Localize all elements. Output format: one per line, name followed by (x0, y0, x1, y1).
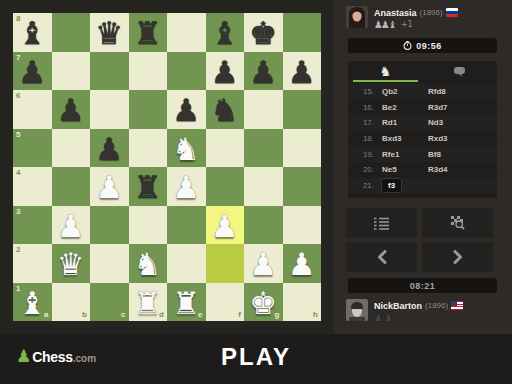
rank-label: 8 (16, 15, 20, 23)
white-move[interactable]: Ne5 (382, 165, 397, 174)
square-e3[interactable] (167, 206, 206, 245)
piece-white-pawn: ♟ (244, 244, 283, 283)
clock-bottom: 08:21 (348, 278, 497, 293)
move-number: 18. (348, 134, 374, 143)
rank-label: 6 (16, 92, 20, 100)
square-a5[interactable]: 5 (13, 129, 52, 168)
square-a1[interactable]: 1a♝ (13, 283, 52, 322)
rank-label: 1 (16, 285, 20, 293)
square-f6[interactable]: ♞ (206, 90, 245, 129)
square-c2[interactable] (90, 244, 129, 283)
white-move[interactable]: f3 (382, 179, 401, 192)
play-title: PLAY (0, 343, 512, 371)
piece-black-pawn: ♟ (52, 90, 91, 129)
square-c4[interactable]: ♟ (90, 167, 129, 206)
piece-white-queen: ♛ (52, 244, 91, 283)
square-e6[interactable]: ♟ (167, 90, 206, 129)
piece-white-pawn: ♟ (90, 167, 129, 206)
black-move[interactable]: Rxd3 (428, 134, 448, 143)
black-move[interactable]: R3d7 (428, 103, 448, 112)
square-a8[interactable]: 8♝ (13, 13, 52, 52)
piece-white-pawn: ♟ (206, 206, 245, 245)
square-b4[interactable] (52, 167, 91, 206)
piece-black-king: ♚ (244, 13, 283, 52)
square-f1[interactable]: f (206, 283, 245, 322)
piece-black-pawn: ♟ (90, 129, 129, 168)
move-list-panel: ♞ 15.Qb2Rfd816.Be2R3d717.Rd1Nd318.Bxd3Rx… (348, 61, 497, 198)
woman-avatar-image (346, 6, 368, 28)
square-c5[interactable]: ♟ (90, 129, 129, 168)
chat-bubble-icon (453, 66, 466, 77)
move-row: 17.Rd1Nd3 (348, 115, 497, 131)
usa-flag-icon (451, 301, 463, 310)
square-a3[interactable]: 3 (13, 206, 52, 245)
move-list[interactable]: 15.Qb2Rfd816.Be2R3d717.Rd1Nd318.Bxd3Rxd3… (348, 84, 497, 193)
square-d2[interactable]: ♞ (129, 244, 168, 283)
move-number: 21. (348, 181, 374, 190)
piece-white-pawn: ♟ (167, 167, 206, 206)
game-sidebar: Anastasia (1896) ♟♟♝ +1 09:56 ♞ (344, 0, 512, 334)
square-e2[interactable] (167, 244, 206, 283)
chevron-left-icon (377, 250, 387, 264)
list-icon (374, 217, 389, 230)
forward-button[interactable] (422, 242, 493, 272)
square-g4[interactable] (244, 167, 283, 206)
white-move[interactable]: Qb2 (382, 87, 398, 96)
player-name: Anastasia (374, 8, 417, 18)
player-top[interactable]: Anastasia (1896) ♟♟♝ +1 (346, 6, 458, 30)
square-d1[interactable]: d♜ (129, 283, 168, 322)
piece-white-knight: ♞ (167, 129, 206, 168)
captured-white-pieces: ♟♟♝ (374, 19, 395, 30)
square-b3[interactable]: ♟ (52, 206, 91, 245)
bottom-bar: ♟ Chess .com PLAY (0, 334, 512, 384)
file-label: e (198, 311, 202, 319)
square-f5[interactable] (206, 129, 245, 168)
file-label: g (275, 311, 280, 319)
square-b1[interactable]: b (52, 283, 91, 322)
clock-time-top: 09:56 (416, 41, 442, 51)
square-e5[interactable]: ♞ (167, 129, 206, 168)
knight-icon: ♞ (379, 65, 391, 78)
move-row: 20.Ne5R3d4 (348, 162, 497, 178)
piece-black-pawn: ♟ (167, 90, 206, 129)
square-e8[interactable] (167, 13, 206, 52)
square-g7[interactable]: ♟ (244, 52, 283, 91)
square-g6[interactable] (244, 90, 283, 129)
square-c6[interactable] (90, 90, 129, 129)
move-row: 21.f3 (348, 178, 497, 194)
square-g8[interactable]: ♚ (244, 13, 283, 52)
square-h7[interactable]: ♟ (283, 52, 322, 91)
square-e1[interactable]: e♜ (167, 283, 206, 322)
square-b5[interactable] (52, 129, 91, 168)
rank-label: 3 (16, 208, 20, 216)
square-b8[interactable] (52, 13, 91, 52)
square-d8[interactable]: ♜ (129, 13, 168, 52)
piece-black-rook: ♜ (129, 13, 168, 52)
captured-black-pieces: ♟♞ (374, 312, 394, 323)
square-e7[interactable] (167, 52, 206, 91)
black-move[interactable]: Rfd8 (428, 87, 446, 96)
square-h1[interactable]: h (283, 283, 322, 322)
move-number: 20. (348, 165, 374, 174)
square-e4[interactable]: ♟ (167, 167, 206, 206)
square-a6[interactable]: 6 (13, 90, 52, 129)
file-label: c (121, 311, 125, 319)
piece-black-pawn: ♟ (244, 52, 283, 91)
player-rating: (1896) (425, 301, 448, 310)
move-number: 17. (348, 118, 374, 127)
piece-black-bishop: ♝ (206, 13, 245, 52)
move-row: 18.Bxd3Rxd3 (348, 131, 497, 147)
chevron-right-icon (453, 250, 463, 264)
player-rating: (1896) (420, 8, 443, 17)
move-row: 15.Qb2Rfd8 (348, 84, 497, 100)
board-search-icon (451, 216, 465, 230)
square-g1[interactable]: g♚ (244, 283, 283, 322)
square-b7[interactable] (52, 52, 91, 91)
square-c1[interactable]: c (90, 283, 129, 322)
man-avatar-image (346, 299, 368, 321)
square-g2[interactable]: ♟ (244, 244, 283, 283)
move-list-button[interactable] (346, 208, 417, 238)
piece-white-pawn: ♟ (283, 244, 322, 283)
square-f7[interactable]: ♟ (206, 52, 245, 91)
square-g5[interactable] (244, 129, 283, 168)
chess-board[interactable]: 8♝♛♜♝♚7♟♟♟♟6♟♟♞5♟♞4♟♜♟3♟♟2♛♞♟♟1a♝bcd♜e♜f… (13, 13, 321, 321)
file-label: h (313, 311, 318, 319)
avatar[interactable] (346, 299, 368, 321)
piece-black-queen: ♛ (90, 13, 129, 52)
move-number: 19. (348, 150, 374, 159)
white-move[interactable]: Rfe1 (382, 150, 399, 159)
square-h8[interactable] (283, 13, 322, 52)
piece-black-pawn: ♟ (206, 52, 245, 91)
rank-label: 2 (16, 246, 20, 254)
piece-black-pawn: ♟ (283, 52, 322, 91)
square-f8[interactable]: ♝ (206, 13, 245, 52)
piece-black-rook: ♜ (129, 167, 168, 206)
square-d4[interactable]: ♜ (129, 167, 168, 206)
russia-flag-icon (446, 8, 458, 17)
file-label: d (159, 311, 164, 319)
captured-pieces-bottom: ♟♞ (374, 312, 463, 323)
square-a2[interactable]: 2 (13, 244, 52, 283)
piece-black-knight: ♞ (206, 90, 245, 129)
analysis-button[interactable] (422, 208, 493, 238)
clock-top: 09:56 (348, 38, 497, 53)
square-d7[interactable] (129, 52, 168, 91)
file-label: a (44, 311, 48, 319)
square-c8[interactable]: ♛ (90, 13, 129, 52)
square-c3[interactable] (90, 206, 129, 245)
avatar[interactable] (346, 6, 368, 28)
back-button[interactable] (346, 242, 417, 272)
captured-pieces-top: ♟♟♝ +1 (374, 19, 458, 30)
square-h6[interactable] (283, 90, 322, 129)
square-f4[interactable] (206, 167, 245, 206)
player-bottom[interactable]: NickBarton (1896) ♟♞ (346, 299, 463, 323)
square-f3[interactable]: ♟ (206, 206, 245, 245)
piece-white-pawn: ♟ (52, 206, 91, 245)
material-advantage: +1 (401, 20, 413, 29)
square-c7[interactable] (90, 52, 129, 91)
file-label: b (82, 311, 87, 319)
square-b6[interactable]: ♟ (52, 90, 91, 129)
rank-label: 4 (16, 169, 20, 177)
square-f2[interactable] (206, 244, 245, 283)
move-number: 15. (348, 87, 374, 96)
piece-white-knight: ♞ (129, 244, 168, 283)
moves-tab[interactable]: ♞ (348, 61, 423, 82)
move-number: 16. (348, 103, 374, 112)
rank-label: 5 (16, 131, 20, 139)
white-move[interactable]: Bxd3 (382, 134, 402, 143)
black-move[interactable]: R3d4 (428, 165, 448, 174)
square-a4[interactable]: 4 (13, 167, 52, 206)
square-h2[interactable]: ♟ (283, 244, 322, 283)
rank-label: 7 (16, 54, 20, 62)
square-b2[interactable]: ♛ (52, 244, 91, 283)
square-h5[interactable] (283, 129, 322, 168)
clock-time-bottom: 08:21 (410, 281, 436, 291)
black-move[interactable]: Nd3 (428, 118, 443, 127)
square-h3[interactable] (283, 206, 322, 245)
player-name: NickBarton (374, 301, 422, 311)
square-a7[interactable]: 7♟ (13, 52, 52, 91)
clock-icon (403, 41, 412, 50)
black-move[interactable]: Bf8 (428, 150, 441, 159)
white-move[interactable]: Rd1 (382, 118, 397, 127)
file-label: f (238, 311, 241, 319)
square-h4[interactable] (283, 167, 322, 206)
white-move[interactable]: Be2 (382, 103, 397, 112)
move-row: 16.Be2R3d7 (348, 100, 497, 116)
chat-tab[interactable] (423, 61, 498, 82)
square-d3[interactable] (129, 206, 168, 245)
move-row: 19.Rfe1Bf8 (348, 146, 497, 162)
square-g3[interactable] (244, 206, 283, 245)
square-d5[interactable] (129, 129, 168, 168)
square-d6[interactable] (129, 90, 168, 129)
